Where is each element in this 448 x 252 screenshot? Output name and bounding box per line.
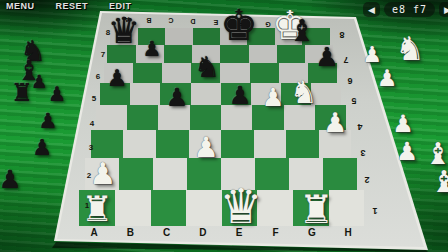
file-label-far-G: G	[265, 21, 270, 28]
file-label-far-E: E	[214, 19, 219, 26]
captured-white-pawn: ♟	[392, 112, 414, 136]
rank-label-right-4: 4	[357, 122, 362, 131]
move-navigator: ◀ e8 f7 ▶	[363, 2, 448, 17]
square-a4[interactable]	[96, 105, 127, 130]
square-a3[interactable]	[91, 130, 124, 158]
piece-black-pawn-h7[interactable]: ♟	[315, 44, 338, 70]
piece-black-queen-a8[interactable]: ♛	[108, 13, 140, 49]
captured-white-pawn: ♟	[396, 139, 418, 164]
square-c2[interactable]	[153, 158, 187, 190]
captured-white-bishop: ♝	[431, 167, 448, 197]
square-h1[interactable]	[329, 190, 365, 226]
captured-black-rook: ♜	[11, 80, 33, 105]
square-b4[interactable]	[127, 105, 158, 130]
square-c6[interactable]	[162, 63, 191, 83]
piece-black-pawn-b7[interactable]: ♟	[143, 39, 162, 60]
captured-white-knight: ♞	[395, 32, 425, 65]
file-label-near-C: C	[163, 228, 170, 238]
rank-label-right-1: 1	[372, 206, 377, 215]
square-f1[interactable]	[257, 190, 293, 226]
rank-label-left-5: 5	[92, 95, 96, 103]
rank-label-right-2: 2	[364, 175, 369, 184]
square-f3[interactable]	[254, 130, 287, 158]
piece-black-pawn-c5[interactable]: ♟	[166, 85, 188, 110]
captured-white-pawn: ♟	[362, 44, 382, 66]
rank-label-right-6: 6	[347, 76, 352, 85]
rank-label-right-7: 7	[343, 55, 348, 64]
piece-white-pawn-d3[interactable]: ♟	[193, 134, 218, 162]
piece-white-queen-e1[interactable]: ♛	[219, 182, 262, 230]
captured-black-pawn: ♟	[32, 137, 52, 159]
piece-white-pawn-f5[interactable]: ♟	[262, 85, 284, 110]
rank-label-left-7: 7	[101, 51, 105, 59]
square-d5[interactable]	[191, 83, 221, 105]
square-h2[interactable]	[323, 158, 357, 190]
menu-button[interactable]: MENU	[6, 1, 35, 11]
piece-white-pawn-a2[interactable]: ♟	[90, 159, 117, 189]
rank-label-right-8: 8	[339, 30, 344, 39]
piece-white-pawn-h4[interactable]: ♟	[323, 109, 347, 136]
square-d8[interactable]	[193, 28, 220, 45]
square-c8[interactable]	[165, 28, 192, 45]
captured-white-pawn: ♟	[377, 67, 398, 90]
square-e6[interactable]	[220, 63, 249, 83]
file-label-far-B: B	[146, 17, 151, 24]
rank-label-left-6: 6	[96, 73, 100, 81]
square-b3[interactable]	[123, 130, 156, 158]
captured-black-pawn: ♟	[31, 73, 47, 91]
last-move-display: e8 f7	[384, 2, 435, 17]
next-move-icon[interactable]: ▶	[439, 2, 448, 17]
edit-button[interactable]: EDIT	[109, 1, 132, 11]
piece-black-bishop-h8[interactable]: ♝	[289, 16, 316, 46]
square-b6[interactable]	[133, 63, 162, 83]
square-e3[interactable]	[221, 130, 254, 158]
piece-white-rook-a1[interactable]: ♜	[81, 192, 112, 227]
square-b2[interactable]	[119, 158, 153, 190]
file-label-near-B: B	[127, 228, 134, 238]
chess-app-screen: ABCDEFGHABCDEFGH1234567812345678 ♚♚♝♛♟♞♞…	[0, 0, 448, 252]
menu-bar: MENU RESET EDIT	[6, 1, 132, 11]
rank-label-left-4: 4	[90, 120, 94, 128]
captured-black-pawn: ♟	[0, 167, 21, 192]
captured-black-pawn: ♟	[39, 111, 58, 132]
file-label-near-A: A	[90, 228, 97, 238]
rank-label-left-3: 3	[89, 144, 93, 152]
file-label-near-H: H	[344, 228, 351, 238]
square-g3[interactable]	[286, 130, 319, 158]
file-label-far-D: D	[190, 18, 195, 25]
piece-white-rook-g1[interactable]: ♜	[299, 190, 334, 229]
square-f6[interactable]	[250, 63, 279, 83]
reset-button[interactable]: RESET	[56, 1, 89, 11]
square-c3[interactable]	[156, 130, 189, 158]
piece-white-knight-g5[interactable]: ♞	[290, 77, 318, 108]
square-b5[interactable]	[130, 83, 160, 105]
square-g2[interactable]	[289, 158, 323, 190]
file-label-near-D: D	[199, 228, 206, 238]
rank-label-right-3: 3	[360, 148, 365, 157]
captured-black-pawn: ♟	[48, 84, 66, 104]
square-c1[interactable]	[151, 190, 187, 226]
square-d1[interactable]	[186, 190, 222, 226]
file-label-near-F: F	[272, 228, 278, 238]
piece-black-knight-d6[interactable]: ♞	[194, 53, 220, 82]
square-d4[interactable]	[190, 105, 221, 130]
rank-label-right-5: 5	[351, 96, 356, 105]
piece-black-king-e8[interactable]: ♚	[220, 5, 258, 47]
piece-black-pawn-e5[interactable]: ♟	[229, 83, 251, 108]
piece-black-pawn-a6[interactable]: ♟	[107, 67, 128, 90]
previous-move-icon[interactable]: ◀	[363, 2, 380, 17]
file-label-far-C: C	[168, 17, 173, 24]
square-c7[interactable]	[164, 45, 192, 63]
square-b1[interactable]	[115, 190, 151, 226]
